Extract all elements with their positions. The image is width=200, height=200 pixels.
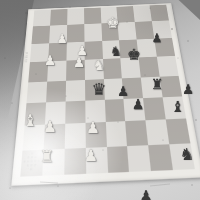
white-pawn-c5: ♟ (73, 56, 85, 70)
black-pawn-g7: ♟ (152, 32, 163, 44)
white-pawn-b5: ♟ (44, 54, 56, 68)
white-rook-b1: ♜ (40, 149, 54, 165)
black-pawn-f3: ♟ (132, 97, 145, 111)
black-king-f6: ♚ (127, 48, 141, 64)
black-pawn-h4: ♟ (182, 83, 194, 97)
white-pawn-b7: ♟ (56, 33, 67, 46)
white-bishop-a2: ♝ (23, 113, 37, 129)
white-pawn-d1: ♟ (84, 148, 98, 164)
black-knight-e6: ♞ (110, 45, 122, 59)
black-rook-g4: ♜ (151, 77, 164, 91)
black-bishop-h3: ♝ (171, 100, 185, 116)
black-queen-d4: ♛ (92, 82, 107, 99)
black-pawn-e4: ♟ (117, 85, 129, 99)
black-pawn-captured: ♟ (139, 189, 152, 200)
white-king-e7: ♚ (106, 16, 119, 31)
photo-chessboard-scene: ılıllııl ♚♟♟♟♞♚♟♟♞♜♟♛♟♟♝♝♟♟♟♜♞♟ (0, 0, 200, 200)
white-knight-d5: ♞ (93, 58, 106, 72)
white-pawn-b2: ♟ (43, 120, 57, 136)
black-knight-h1: ♞ (180, 147, 195, 164)
pieces-layer: ♚♟♟♟♞♚♟♟♞♜♟♛♟♟♝♝♟♟♟♜♞♟ (0, 0, 200, 200)
white-pawn-d2: ♟ (86, 121, 100, 137)
